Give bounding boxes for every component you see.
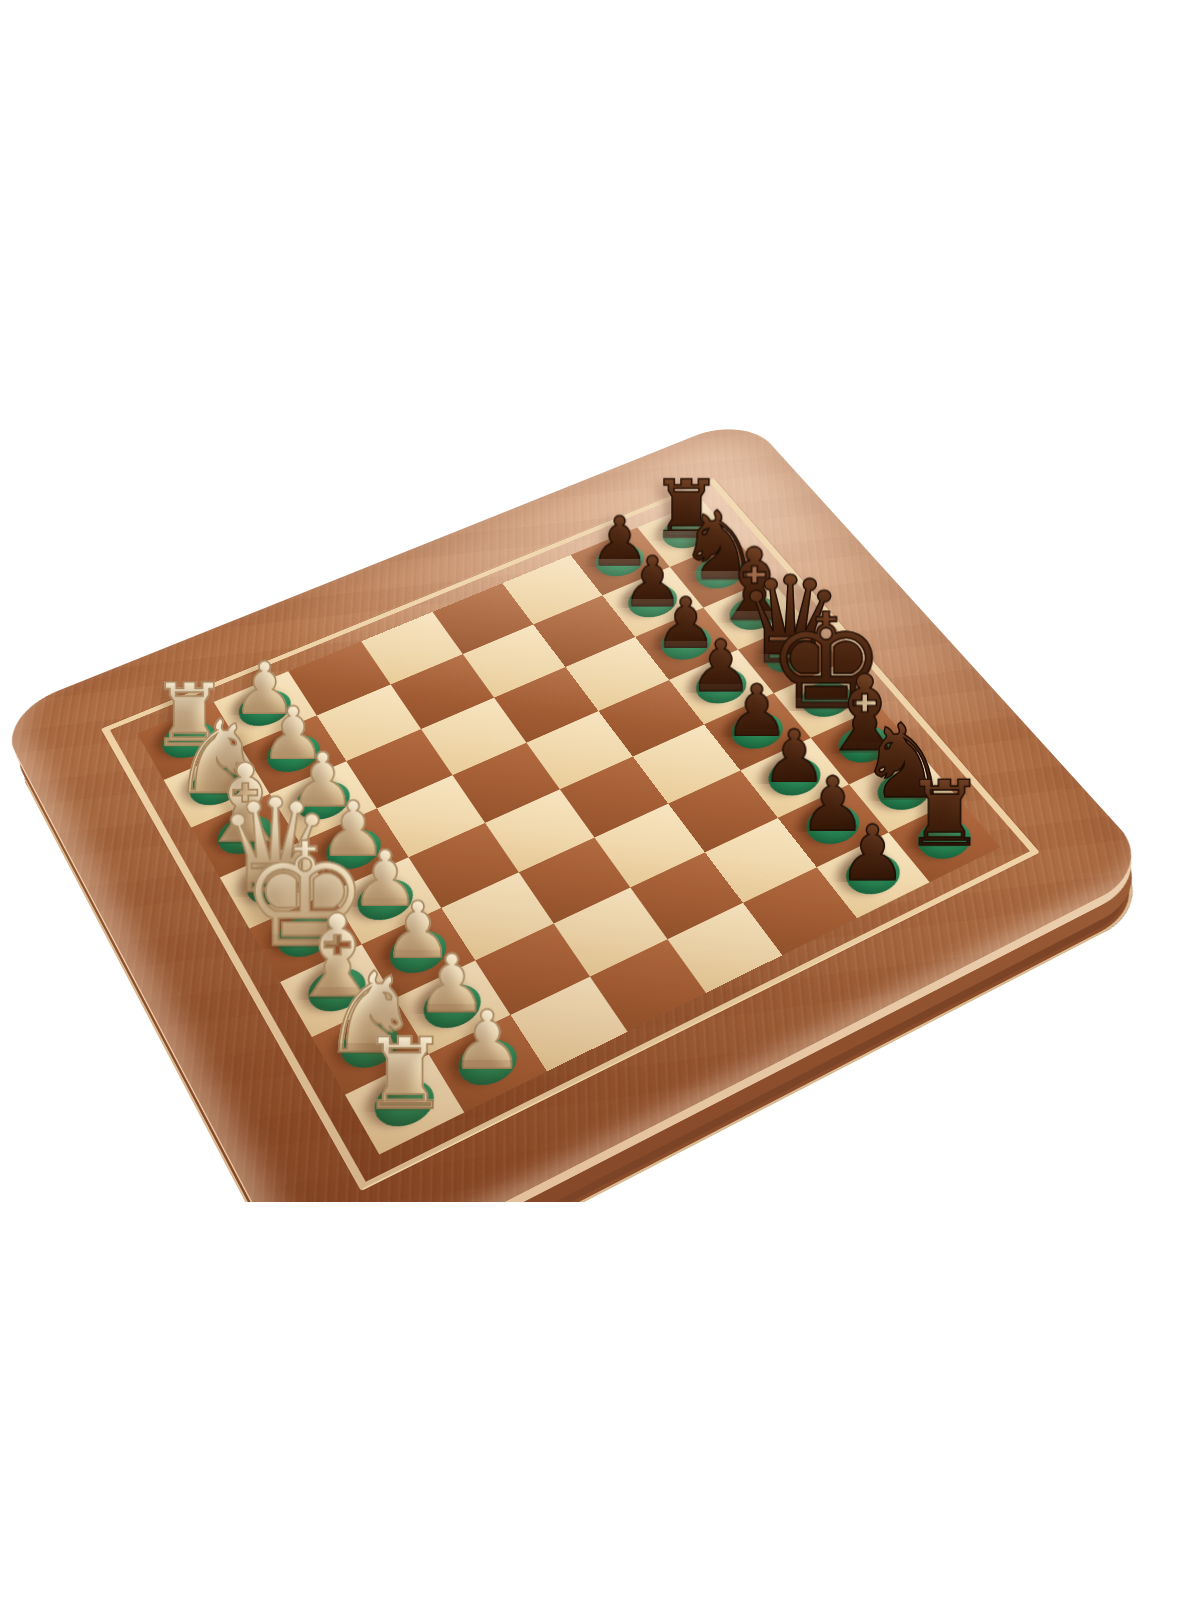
chess-table-product-photo: ♜♞♝♛♚♝♞♜♟♟♟♟♟♟♟♟♟♟♟♟♟♟♟♟♜♞♝♛♚♝♞♜ xyxy=(0,0,1200,1202)
chess-table: ♜♞♝♛♚♝♞♜♟♟♟♟♟♟♟♟♟♟♟♟♟♟♟♟♜♞♝♛♚♝♞♜ xyxy=(0,416,1156,1202)
perspective-stage: ♜♞♝♛♚♝♞♜♟♟♟♟♟♟♟♟♟♟♟♟♟♟♟♟♜♞♝♛♚♝♞♜ xyxy=(0,0,1200,1202)
